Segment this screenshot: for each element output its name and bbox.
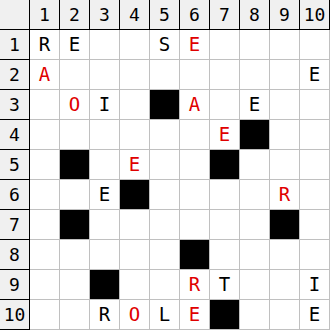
empty-cell-r4-c3[interactable] [90,120,120,150]
empty-cell-r7-c6[interactable] [180,210,210,240]
empty-cell-r5-c5[interactable] [150,150,180,180]
col-header-5: 5 [150,0,180,30]
empty-cell-r6-c2[interactable] [60,180,90,210]
empty-cell-r8-c3[interactable] [90,240,120,270]
letter-cell-r3-c3[interactable]: I [90,90,120,120]
empty-cell-r5-c3[interactable] [90,150,120,180]
empty-cell-r8-c7[interactable] [210,240,240,270]
row-header-10: 10 [0,300,30,330]
empty-cell-r2-c6[interactable] [180,60,210,90]
blocked-cell-r8-c6 [180,240,210,270]
empty-cell-r1-c4[interactable] [120,30,150,60]
empty-cell-r2-c8[interactable] [240,60,270,90]
empty-cell-r1-c9[interactable] [270,30,300,60]
letter-cell-r10-c10[interactable]: E [300,300,330,330]
empty-cell-r6-c6[interactable] [180,180,210,210]
letter-cell-r6-c3[interactable]: E [90,180,120,210]
empty-cell-r2-c4[interactable] [120,60,150,90]
row-header-1: 1 [0,30,30,60]
letter-cell-r10-c4[interactable]: O [120,300,150,330]
empty-cell-r4-c6[interactable] [180,120,210,150]
empty-cell-r7-c1[interactable] [30,210,60,240]
empty-cell-r4-c5[interactable] [150,120,180,150]
empty-cell-r7-c7[interactable] [210,210,240,240]
letter-cell-r1-c2[interactable]: E [60,30,90,60]
col-header-6: 6 [180,0,210,30]
empty-cell-r2-c5[interactable] [150,60,180,90]
row-header-7: 7 [0,210,30,240]
empty-cell-r3-c1[interactable] [30,90,60,120]
empty-cell-r4-c2[interactable] [60,120,90,150]
row-header-2: 2 [0,60,30,90]
empty-cell-r2-c2[interactable] [60,60,90,90]
blocked-cell-r7-c2 [60,210,90,240]
letter-cell-r10-c5[interactable]: L [150,300,180,330]
blocked-cell-r4-c8 [240,120,270,150]
blocked-cell-r5-c7 [210,150,240,180]
empty-cell-r8-c1[interactable] [30,240,60,270]
empty-cell-r5-c8[interactable] [240,150,270,180]
letter-cell-r1-c1[interactable]: R [30,30,60,60]
empty-cell-r8-c4[interactable] [120,240,150,270]
blocked-cell-r9-c3 [90,270,120,300]
col-header-4: 4 [120,0,150,30]
col-header-2: 2 [60,0,90,30]
row-header-8: 8 [0,240,30,270]
letter-cell-r10-c3[interactable]: R [90,300,120,330]
empty-cell-r9-c8[interactable] [240,270,270,300]
empty-cell-r3-c10[interactable] [300,90,330,120]
row-header-3: 3 [0,90,30,120]
empty-cell-r9-c1[interactable] [30,270,60,300]
empty-cell-r9-c2[interactable] [60,270,90,300]
letter-cell-r6-c9[interactable]: R [270,180,300,210]
empty-cell-r7-c5[interactable] [150,210,180,240]
row-header-9: 9 [0,270,30,300]
letter-cell-r3-c8[interactable]: E [240,90,270,120]
empty-cell-r6-c8[interactable] [240,180,270,210]
col-header-9: 9 [270,0,300,30]
blocked-cell-r7-c9 [270,210,300,240]
empty-cell-r7-c3[interactable] [90,210,120,240]
empty-cell-r1-c8[interactable] [240,30,270,60]
row-header-5: 5 [0,150,30,180]
letter-cell-r4-c7[interactable]: E [210,120,240,150]
empty-cell-r5-c10[interactable] [300,150,330,180]
empty-cell-r1-c10[interactable] [300,30,330,60]
blocked-cell-r10-c7 [210,300,240,330]
empty-cell-r10-c9[interactable] [270,300,300,330]
empty-cell-r9-c4[interactable] [120,270,150,300]
empty-cell-r6-c1[interactable] [30,180,60,210]
letter-cell-r9-c6[interactable]: R [180,270,210,300]
letter-cell-r2-c10[interactable]: E [300,60,330,90]
empty-cell-r4-c10[interactable] [300,120,330,150]
letter-cell-r2-c1[interactable]: A [30,60,60,90]
letter-cell-r3-c2[interactable]: O [60,90,90,120]
empty-cell-r7-c4[interactable] [120,210,150,240]
col-header-7: 7 [210,0,240,30]
empty-cell-r8-c10[interactable] [300,240,330,270]
col-header-8: 8 [240,0,270,30]
empty-cell-r4-c9[interactable] [270,120,300,150]
blocked-cell-r6-c4 [120,180,150,210]
letter-cell-r1-c5[interactable]: S [150,30,180,60]
empty-cell-r4-c1[interactable] [30,120,60,150]
blocked-cell-r3-c5 [150,90,180,120]
empty-cell-r8-c9[interactable] [270,240,300,270]
empty-cell-r1-c7[interactable] [210,30,240,60]
letter-cell-r9-c7[interactable]: T [210,270,240,300]
row-header-6: 6 [0,180,30,210]
empty-cell-r9-c9[interactable] [270,270,300,300]
empty-cell-r10-c2[interactable] [60,300,90,330]
empty-cell-r7-c10[interactable] [300,210,330,240]
row-header-4: 4 [0,120,30,150]
letter-cell-r9-c10[interactable]: I [300,270,330,300]
letter-cell-r3-c6[interactable]: A [180,90,210,120]
empty-cell-r1-c3[interactable] [90,30,120,60]
empty-cell-r6-c7[interactable] [210,180,240,210]
empty-cell-r8-c5[interactable] [150,240,180,270]
empty-cell-r6-c5[interactable] [150,180,180,210]
empty-cell-r6-c10[interactable] [300,180,330,210]
empty-cell-r8-c2[interactable] [60,240,90,270]
empty-cell-r5-c1[interactable] [30,150,60,180]
col-header-1: 1 [30,0,60,30]
letter-cell-r1-c6[interactable]: E [180,30,210,60]
empty-cell-r10-c8[interactable] [240,300,270,330]
empty-cell-r3-c4[interactable] [120,90,150,120]
puzzle-board: 123456789101RESE2AE3OIAE4E5E6ER789RTI10R… [0,0,330,330]
empty-cell-r3-c9[interactable] [270,90,300,120]
col-header-10: 10 [300,0,330,30]
empty-cell-r5-c9[interactable] [270,150,300,180]
empty-cell-r2-c9[interactable] [270,60,300,90]
empty-cell-r8-c8[interactable] [240,240,270,270]
empty-cell-r4-c4[interactable] [120,120,150,150]
empty-cell-r3-c7[interactable] [210,90,240,120]
empty-cell-r2-c3[interactable] [90,60,120,90]
letter-cell-r10-c6[interactable]: E [180,300,210,330]
empty-cell-r9-c5[interactable] [150,270,180,300]
letter-cell-r5-c4[interactable]: E [120,150,150,180]
empty-cell-r2-c7[interactable] [210,60,240,90]
corner-cell [0,0,30,30]
empty-cell-r7-c8[interactable] [240,210,270,240]
empty-cell-r5-c6[interactable] [180,150,210,180]
col-header-3: 3 [90,0,120,30]
blocked-cell-r5-c2 [60,150,90,180]
empty-cell-r10-c1[interactable] [30,300,60,330]
